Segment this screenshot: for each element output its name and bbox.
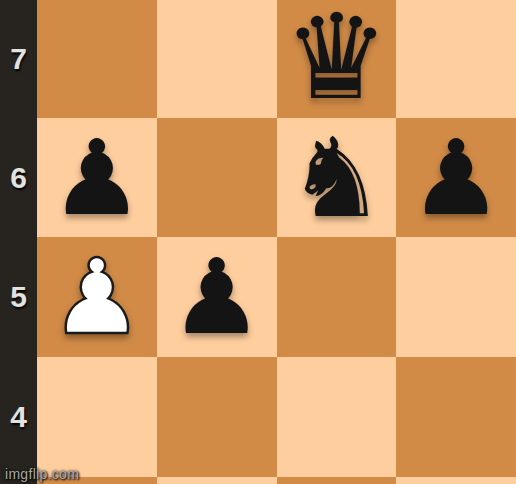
black-pawn-piece[interactable]: ♟: [50, 126, 143, 230]
square-c6[interactable]: ♞: [277, 118, 397, 237]
black-queen-piece[interactable]: ♛: [283, 0, 389, 116]
square-a7[interactable]: [37, 0, 157, 118]
square-d7[interactable]: [396, 0, 516, 118]
square-a4[interactable]: [37, 357, 157, 477]
square-b7[interactable]: [157, 0, 277, 118]
square-d4[interactable]: [396, 357, 516, 477]
square-b3[interactable]: [157, 477, 277, 484]
white-pawn-piece[interactable]: ♟: [50, 245, 143, 349]
imgflip-watermark: imgflip.com: [5, 466, 79, 482]
square-c3[interactable]: [277, 477, 397, 484]
square-c4[interactable]: [277, 357, 397, 477]
rank-label-7: 7: [0, 0, 37, 118]
black-pawn-piece[interactable]: ♟: [170, 245, 263, 349]
square-d3[interactable]: [396, 477, 516, 484]
black-pawn-piece[interactable]: ♟: [410, 126, 503, 230]
rank-label-4: 4: [0, 357, 37, 477]
square-a6[interactable]: ♟: [37, 118, 157, 237]
chess-board: ♛♟♞♟♟♟: [37, 0, 516, 484]
square-b5[interactable]: ♟: [157, 237, 277, 357]
square-b4[interactable]: [157, 357, 277, 477]
square-d5[interactable]: [396, 237, 516, 357]
rank-label-6: 6: [0, 118, 37, 237]
square-d6[interactable]: ♟: [396, 118, 516, 237]
square-c5[interactable]: [277, 237, 397, 357]
square-b6[interactable]: [157, 118, 277, 237]
rank-sidebar: 7654: [0, 0, 37, 484]
square-a5[interactable]: ♟: [37, 237, 157, 357]
chess-board-screenshot: 7654 ♛♟♞♟♟♟ imgflip.com: [0, 0, 516, 484]
square-c7[interactable]: ♛: [277, 0, 397, 118]
rank-label-5: 5: [0, 237, 37, 357]
black-knight-piece[interactable]: ♞: [287, 123, 386, 233]
